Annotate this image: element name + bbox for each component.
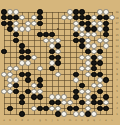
white-stone[interactable]: [97, 77, 103, 83]
white-stone[interactable]: [1, 89, 7, 95]
white-stone[interactable]: [85, 32, 91, 38]
white-stone[interactable]: [61, 111, 67, 117]
coordinate-label-bottom: r: [99, 118, 100, 121]
coordinate-label-right: 13: [115, 45, 118, 48]
white-stone[interactable]: [49, 106, 55, 112]
coordinate-label-right: 11: [115, 56, 118, 59]
white-stone[interactable]: [97, 83, 103, 89]
white-stone[interactable]: [91, 83, 97, 89]
black-stone[interactable]: [37, 32, 43, 38]
white-stone[interactable]: [85, 43, 91, 49]
black-stone[interactable]: [97, 49, 103, 55]
white-stone[interactable]: [91, 111, 97, 117]
white-stone[interactable]: [31, 55, 37, 61]
black-stone[interactable]: [97, 15, 103, 21]
coordinate-label-bottom: g: [39, 118, 41, 121]
white-stone[interactable]: [55, 72, 61, 78]
white-stone[interactable]: [61, 94, 67, 100]
grid-line-vertical: [112, 12, 113, 115]
black-stone[interactable]: [13, 89, 19, 95]
coordinate-label-right: 15: [115, 33, 118, 36]
white-stone[interactable]: [7, 9, 13, 15]
black-stone[interactable]: [49, 49, 55, 55]
white-stone[interactable]: [79, 111, 85, 117]
white-stone[interactable]: [103, 43, 109, 49]
black-stone[interactable]: [97, 106, 103, 112]
white-stone[interactable]: [85, 94, 91, 100]
coordinate-label-bottom: q: [93, 118, 95, 121]
coordinate-label-bottom: j: [52, 118, 53, 121]
coordinate-label-bottom: a: [3, 118, 5, 121]
black-stone[interactable]: [1, 49, 7, 55]
white-stone[interactable]: [7, 66, 13, 72]
white-stone[interactable]: [7, 89, 13, 95]
black-stone[interactable]: [85, 26, 91, 32]
white-stone[interactable]: [1, 72, 7, 78]
black-stone[interactable]: [7, 106, 13, 112]
black-stone[interactable]: [103, 15, 109, 21]
white-stone[interactable]: [73, 26, 79, 32]
white-stone[interactable]: [31, 106, 37, 112]
white-stone[interactable]: [55, 94, 61, 100]
white-stone[interactable]: [31, 21, 37, 27]
white-stone[interactable]: [97, 26, 103, 32]
white-stone[interactable]: [61, 100, 67, 106]
white-stone[interactable]: [91, 49, 97, 55]
black-stone[interactable]: [73, 94, 79, 100]
black-stone[interactable]: [1, 9, 7, 15]
white-stone[interactable]: [91, 43, 97, 49]
black-stone[interactable]: [31, 94, 37, 100]
black-stone[interactable]: [73, 9, 79, 15]
black-stone[interactable]: [37, 83, 43, 89]
black-stone[interactable]: [91, 66, 97, 72]
black-stone[interactable]: [85, 111, 91, 117]
black-stone[interactable]: [73, 38, 79, 44]
white-stone[interactable]: [13, 66, 19, 72]
coordinate-label-right: 2: [116, 107, 118, 110]
black-stone[interactable]: [13, 15, 19, 21]
black-stone[interactable]: [49, 32, 55, 38]
coordinate-label-bottom: d: [21, 118, 23, 121]
black-stone[interactable]: [73, 32, 79, 38]
coordinate-label-bottom: p: [87, 118, 89, 121]
coordinate-label-bottom: o: [81, 118, 83, 121]
black-stone[interactable]: [103, 77, 109, 83]
white-stone[interactable]: [49, 43, 55, 49]
black-stone[interactable]: [37, 15, 43, 21]
black-stone[interactable]: [97, 100, 103, 106]
black-stone[interactable]: [19, 49, 25, 55]
black-stone[interactable]: [37, 77, 43, 83]
white-stone[interactable]: [49, 94, 55, 100]
black-stone[interactable]: [91, 94, 97, 100]
white-stone[interactable]: [19, 26, 25, 32]
white-stone[interactable]: [55, 49, 61, 55]
black-stone[interactable]: [7, 26, 13, 32]
coordinate-label-bottom: h: [45, 118, 47, 121]
white-stone[interactable]: [61, 15, 67, 21]
white-stone[interactable]: [73, 111, 79, 117]
black-stone[interactable]: [79, 83, 85, 89]
coordinate-label-right: 6: [116, 84, 118, 87]
black-stone[interactable]: [97, 60, 103, 66]
white-stone[interactable]: [91, 15, 97, 21]
black-stone[interactable]: [19, 111, 25, 117]
coordinate-label-bottom: k: [57, 118, 58, 121]
black-stone[interactable]: [103, 32, 109, 38]
white-stone[interactable]: [13, 77, 19, 83]
coordinate-label-bottom: s: [105, 118, 106, 121]
white-stone[interactable]: [73, 77, 79, 83]
white-stone[interactable]: [13, 9, 19, 15]
white-stone[interactable]: [25, 26, 31, 32]
white-stone[interactable]: [97, 38, 103, 44]
coordinate-label-bottom: b: [9, 118, 11, 121]
black-stone[interactable]: [19, 94, 25, 100]
white-stone[interactable]: [85, 66, 91, 72]
white-stone[interactable]: [79, 26, 85, 32]
black-stone[interactable]: [7, 15, 13, 21]
black-stone[interactable]: [55, 111, 61, 117]
coordinate-label-bottom: m: [69, 118, 71, 121]
white-stone[interactable]: [13, 26, 19, 32]
black-stone[interactable]: [49, 66, 55, 72]
black-stone[interactable]: [91, 72, 97, 78]
coordinate-label-right: 14: [115, 39, 118, 42]
coordinate-label-right: 8: [116, 73, 118, 76]
white-stone[interactable]: [19, 60, 25, 66]
coordinate-label-right: 7: [116, 79, 118, 82]
white-stone[interactable]: [49, 60, 55, 66]
white-stone[interactable]: [31, 15, 37, 21]
white-stone[interactable]: [43, 38, 49, 44]
coordinate-label-right: 10: [115, 62, 118, 65]
white-stone[interactable]: [79, 55, 85, 61]
black-stone[interactable]: [37, 94, 43, 100]
black-stone[interactable]: [55, 100, 61, 106]
white-stone[interactable]: [103, 9, 109, 15]
black-stone[interactable]: [79, 9, 85, 15]
black-stone[interactable]: [25, 49, 31, 55]
white-stone[interactable]: [79, 66, 85, 72]
white-stone[interactable]: [85, 72, 91, 78]
coordinate-label-right: 9: [116, 67, 118, 70]
coordinate-label-right: 18: [115, 16, 118, 19]
black-stone[interactable]: [37, 9, 43, 15]
black-stone[interactable]: [79, 43, 85, 49]
black-stone[interactable]: [103, 26, 109, 32]
white-stone[interactable]: [31, 83, 37, 89]
black-stone[interactable]: [19, 100, 25, 106]
coordinate-label-right: 1: [116, 113, 118, 116]
black-stone[interactable]: [67, 106, 73, 112]
coordinate-label-bottom: e: [27, 118, 29, 121]
black-stone[interactable]: [79, 15, 85, 21]
black-stone[interactable]: [43, 32, 49, 38]
white-stone[interactable]: [67, 9, 73, 15]
black-stone[interactable]: [91, 26, 97, 32]
coordinate-label-right: 16: [115, 28, 118, 31]
black-stone[interactable]: [91, 100, 97, 106]
coordinate-label-bottom: l: [64, 118, 65, 121]
white-stone[interactable]: [19, 15, 25, 21]
black-stone[interactable]: [19, 43, 25, 49]
black-stone[interactable]: [49, 100, 55, 106]
white-stone[interactable]: [109, 15, 115, 21]
black-stone[interactable]: [91, 60, 97, 66]
coordinate-label-right: 4: [116, 96, 118, 99]
black-stone[interactable]: [25, 77, 31, 83]
black-stone[interactable]: [73, 15, 79, 21]
black-stone[interactable]: [1, 15, 7, 21]
coordinate-label-right: 3: [116, 101, 118, 104]
coordinate-label-bottom: f: [34, 118, 35, 121]
black-stone[interactable]: [19, 72, 25, 78]
coordinate-label-right: 17: [115, 22, 118, 25]
white-stone[interactable]: [67, 100, 73, 106]
black-stone[interactable]: [13, 38, 19, 44]
white-stone[interactable]: [25, 60, 31, 66]
black-stone[interactable]: [85, 15, 91, 21]
coordinate-label-bottom: t: [112, 118, 113, 121]
black-stone[interactable]: [37, 106, 43, 112]
black-stone[interactable]: [55, 43, 61, 49]
coordinate-label-bottom: c: [15, 118, 16, 121]
white-stone[interactable]: [91, 32, 97, 38]
black-stone[interactable]: [103, 106, 109, 112]
black-stone[interactable]: [1, 21, 7, 27]
white-stone[interactable]: [97, 9, 103, 15]
coordinate-label-bottom: n: [75, 118, 77, 121]
black-stone[interactable]: [85, 49, 91, 55]
black-stone[interactable]: [55, 60, 61, 66]
white-stone[interactable]: [103, 100, 109, 106]
go-board[interactable]: abcdefghjklmnopqrst191817161514131211109…: [0, 0, 120, 125]
white-stone[interactable]: [85, 60, 91, 66]
black-stone[interactable]: [79, 100, 85, 106]
black-stone[interactable]: [37, 21, 43, 27]
white-stone[interactable]: [85, 100, 91, 106]
black-stone[interactable]: [43, 106, 49, 112]
black-stone[interactable]: [97, 89, 103, 95]
star-point: [57, 28, 59, 30]
black-stone[interactable]: [25, 89, 31, 95]
black-stone[interactable]: [13, 32, 19, 38]
coordinate-label-right: 5: [116, 90, 118, 93]
white-stone[interactable]: [7, 83, 13, 89]
white-stone[interactable]: [37, 66, 43, 72]
black-stone[interactable]: [13, 83, 19, 89]
white-stone[interactable]: [67, 15, 73, 21]
white-stone[interactable]: [7, 77, 13, 83]
black-stone[interactable]: [103, 94, 109, 100]
white-stone[interactable]: [79, 32, 85, 38]
coordinate-label-right: 12: [115, 50, 118, 53]
coordinate-label-right: 19: [115, 11, 118, 14]
white-stone[interactable]: [79, 89, 85, 95]
